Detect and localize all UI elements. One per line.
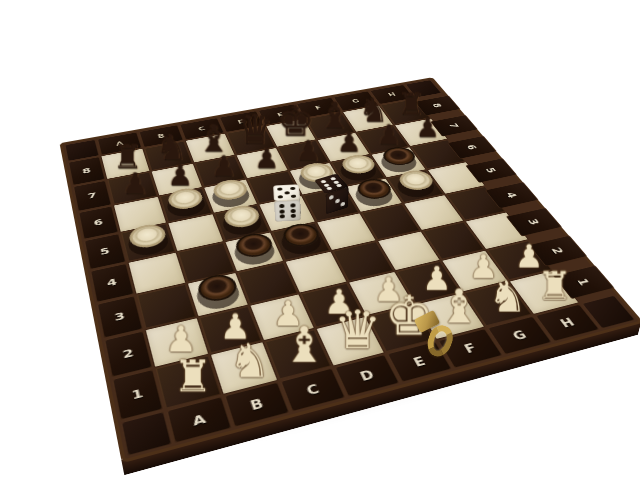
piece-black-pawn[interactable]: ♟ — [159, 161, 202, 190]
die-pip — [290, 214, 295, 218]
piece-white-rook[interactable]: ♜ — [165, 355, 221, 399]
coord-rank-left-2: 2 — [104, 331, 153, 378]
die-face-front — [273, 200, 300, 222]
die-pip — [289, 203, 294, 207]
die-pip — [334, 198, 338, 203]
die-pip — [279, 203, 284, 207]
die-pip — [326, 186, 333, 190]
coord-rank-left-7: 7 — [73, 180, 112, 211]
square-a7[interactable]: ♟ — [107, 172, 157, 204]
piece-black-pawn[interactable]: ♟ — [329, 129, 370, 156]
piece-black-pawn[interactable]: ♟ — [113, 169, 157, 198]
die-pip — [329, 177, 336, 181]
coord-rank-right-3: 3 — [506, 207, 563, 236]
die-pip — [290, 194, 295, 197]
checker-white[interactable] — [394, 168, 437, 192]
coord-rank-left-4: 4 — [90, 263, 134, 302]
die-pip — [283, 191, 288, 194]
die-pip — [279, 214, 284, 218]
die-pip — [289, 187, 294, 190]
die-pip — [279, 209, 284, 213]
die-pip — [335, 184, 342, 188]
scene: ABCDEFGH8♜♞♝♛♚♝♞♜87♟♟♟♟♟♟♟♟7665544332♟♟♟… — [0, 0, 640, 480]
die-face-top — [272, 184, 299, 201]
die-white[interactable] — [273, 194, 300, 211]
die-pip — [277, 195, 282, 198]
piece-black-pawn[interactable]: ♟ — [203, 153, 245, 181]
die-pip — [277, 187, 282, 190]
checker-dark[interactable] — [353, 176, 396, 201]
die-pip — [290, 208, 295, 212]
piece-white-rook[interactable]: ♜ — [529, 267, 579, 306]
piece-black-pawn[interactable]: ♟ — [408, 114, 448, 141]
piece-white-knight[interactable]: ♞ — [222, 338, 277, 385]
die-pip — [328, 195, 332, 200]
chess-board: ABCDEFGH8♜♞♝♛♚♝♞♜87♟♟♟♟♟♟♟♟7665544332♟♟♟… — [60, 77, 640, 463]
piece-black-pawn[interactable]: ♟ — [288, 137, 329, 165]
piece-white-knight[interactable]: ♞ — [482, 275, 533, 318]
product-photo-stage: ABCDEFGH8♜♞♝♛♚♝♞♜87♟♟♟♟♟♟♟♟7665544332♟♟♟… — [0, 0, 640, 480]
die-black[interactable] — [314, 184, 348, 205]
square-b5[interactable] — [168, 214, 223, 251]
piece-black-pawn[interactable]: ♟ — [369, 122, 409, 149]
piece-white-bishop[interactable]: ♝ — [277, 321, 331, 370]
die-pip — [340, 201, 344, 206]
piece-white-queen[interactable]: ♛ — [331, 303, 384, 356]
brass-clasp — [410, 312, 466, 374]
piece-black-pawn[interactable]: ♟ — [246, 145, 288, 173]
die-pip — [320, 179, 327, 183]
coord-rank-right-5: 5 — [465, 158, 517, 183]
